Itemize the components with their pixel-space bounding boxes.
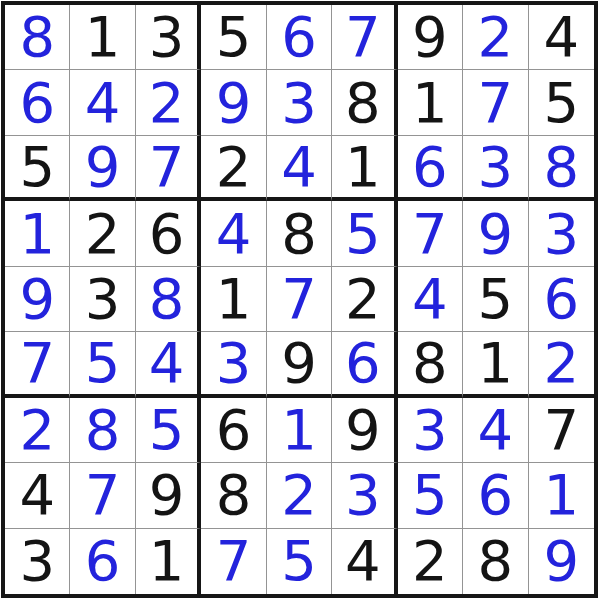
cell-r2c1[interactable]: 6	[5, 70, 70, 135]
cell-r6c4[interactable]: 3	[201, 332, 266, 397]
sudoku-board: 8135679246429381755972416381264857939381…	[1, 1, 598, 598]
cell-r6c2[interactable]: 5	[70, 332, 135, 397]
cell-r4c4[interactable]: 4	[201, 201, 266, 266]
cell-r9c3[interactable]: 1	[136, 529, 201, 594]
cell-r3c4[interactable]: 2	[201, 136, 266, 201]
cell-r3c6[interactable]: 1	[332, 136, 397, 201]
cell-r4c9[interactable]: 3	[529, 201, 594, 266]
cell-r7c7[interactable]: 3	[398, 398, 463, 463]
cell-r7c2[interactable]: 8	[70, 398, 135, 463]
cell-r9c7[interactable]: 2	[398, 529, 463, 594]
cell-r2c8[interactable]: 7	[463, 70, 528, 135]
cell-r4c5[interactable]: 8	[267, 201, 332, 266]
cell-r5c2[interactable]: 3	[70, 267, 135, 332]
cell-r7c5[interactable]: 1	[267, 398, 332, 463]
cell-r6c8[interactable]: 1	[463, 332, 528, 397]
cell-r7c9[interactable]: 7	[529, 398, 594, 463]
cell-r6c5[interactable]: 9	[267, 332, 332, 397]
cell-r9c9[interactable]: 9	[529, 529, 594, 594]
cell-r1c9[interactable]: 4	[529, 5, 594, 70]
cell-r8c8[interactable]: 6	[463, 463, 528, 528]
cell-r2c9[interactable]: 5	[529, 70, 594, 135]
cell-r5c7[interactable]: 4	[398, 267, 463, 332]
cell-r8c4[interactable]: 8	[201, 463, 266, 528]
cell-r1c8[interactable]: 2	[463, 5, 528, 70]
cell-r4c3[interactable]: 6	[136, 201, 201, 266]
cell-r1c1[interactable]: 8	[5, 5, 70, 70]
cell-r5c4[interactable]: 1	[201, 267, 266, 332]
cell-r7c4[interactable]: 6	[201, 398, 266, 463]
cell-r8c6[interactable]: 3	[332, 463, 397, 528]
cell-r9c6[interactable]: 4	[332, 529, 397, 594]
cell-r3c9[interactable]: 8	[529, 136, 594, 201]
cell-r8c9[interactable]: 1	[529, 463, 594, 528]
cell-r8c7[interactable]: 5	[398, 463, 463, 528]
cell-r8c5[interactable]: 2	[267, 463, 332, 528]
cell-r2c6[interactable]: 8	[332, 70, 397, 135]
cell-r3c5[interactable]: 4	[267, 136, 332, 201]
cell-r8c3[interactable]: 9	[136, 463, 201, 528]
cell-r6c6[interactable]: 6	[332, 332, 397, 397]
cell-r4c6[interactable]: 5	[332, 201, 397, 266]
cell-r1c5[interactable]: 6	[267, 5, 332, 70]
cell-r5c8[interactable]: 5	[463, 267, 528, 332]
cell-r1c6[interactable]: 7	[332, 5, 397, 70]
cell-r8c1[interactable]: 4	[5, 463, 70, 528]
cell-r3c1[interactable]: 5	[5, 136, 70, 201]
cell-r1c7[interactable]: 9	[398, 5, 463, 70]
cell-r6c7[interactable]: 8	[398, 332, 463, 397]
cell-r6c3[interactable]: 4	[136, 332, 201, 397]
cell-r9c8[interactable]: 8	[463, 529, 528, 594]
cell-r1c2[interactable]: 1	[70, 5, 135, 70]
cell-r7c8[interactable]: 4	[463, 398, 528, 463]
cell-r4c8[interactable]: 9	[463, 201, 528, 266]
cell-r6c1[interactable]: 7	[5, 332, 70, 397]
cell-r2c4[interactable]: 9	[201, 70, 266, 135]
cell-r5c6[interactable]: 2	[332, 267, 397, 332]
cell-r8c2[interactable]: 7	[70, 463, 135, 528]
cell-r4c1[interactable]: 1	[5, 201, 70, 266]
cell-r7c1[interactable]: 2	[5, 398, 70, 463]
cell-r6c9[interactable]: 2	[529, 332, 594, 397]
cell-r3c7[interactable]: 6	[398, 136, 463, 201]
cell-r9c1[interactable]: 3	[5, 529, 70, 594]
cell-r7c3[interactable]: 5	[136, 398, 201, 463]
cell-r2c3[interactable]: 2	[136, 70, 201, 135]
cell-r4c7[interactable]: 7	[398, 201, 463, 266]
cell-r2c7[interactable]: 1	[398, 70, 463, 135]
cell-r7c6[interactable]: 9	[332, 398, 397, 463]
cell-r5c9[interactable]: 6	[529, 267, 594, 332]
cell-r5c3[interactable]: 8	[136, 267, 201, 332]
cell-r9c4[interactable]: 7	[201, 529, 266, 594]
cell-r1c4[interactable]: 5	[201, 5, 266, 70]
cell-r9c2[interactable]: 6	[70, 529, 135, 594]
cell-r5c1[interactable]: 9	[5, 267, 70, 332]
cell-r2c2[interactable]: 4	[70, 70, 135, 135]
cell-r4c2[interactable]: 2	[70, 201, 135, 266]
cell-r5c5[interactable]: 7	[267, 267, 332, 332]
cell-r3c8[interactable]: 3	[463, 136, 528, 201]
cell-r9c5[interactable]: 5	[267, 529, 332, 594]
cell-r2c5[interactable]: 3	[267, 70, 332, 135]
cell-r3c2[interactable]: 9	[70, 136, 135, 201]
cell-r3c3[interactable]: 7	[136, 136, 201, 201]
cell-r1c3[interactable]: 3	[136, 5, 201, 70]
